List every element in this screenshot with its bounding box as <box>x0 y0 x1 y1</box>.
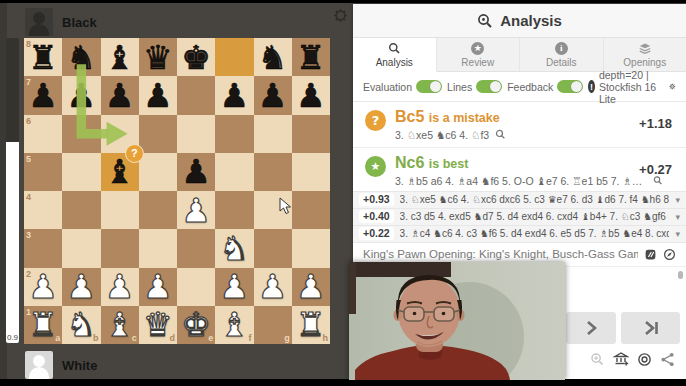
rank-label: 4 <box>26 192 31 202</box>
square-g1[interactable]: g <box>254 306 292 344</box>
square-g3[interactable] <box>254 229 292 267</box>
square-a5[interactable]: 5 <box>24 153 62 191</box>
feedback-best-eval: +0.27 <box>639 162 672 177</box>
black-pawn-b7[interactable]: ♟ <box>62 76 100 114</box>
white-pawn-b2[interactable]: ♟ <box>62 268 100 306</box>
best-move-star-icon: ★ <box>365 156 386 177</box>
engine-depth-label: depth=20 | Stockfish 16 Lite <box>599 69 665 105</box>
square-h4[interactable] <box>292 191 330 229</box>
app-window: Black 0.9 8♜♞♝♛♚♞♜7♟♟♟♟♟♟♟65♝♟4♟3♞2♟♟♟♟♟… <box>0 0 686 386</box>
feedback-best-line[interactable]: 3. ♗b5 a6 4. ♗a4 ♞f6 5. O-O ♝e7 6. ♖e1 b… <box>395 175 663 187</box>
square-e7[interactable] <box>177 76 215 114</box>
engine-line-row[interactable]: +0.22 3. ♗c4 ♞c6 4. c3 ♞f6 5. d4 exd4 6.… <box>353 225 686 242</box>
tab-analysis[interactable]: Analysis <box>353 38 437 72</box>
chevron-down-icon[interactable]: ▾ <box>675 195 680 205</box>
square-f4[interactable] <box>215 191 253 229</box>
square-d5[interactable] <box>139 153 177 191</box>
chess-board[interactable]: 8♜♞♝♛♚♞♜7♟♟♟♟♟♟♟65♝♟4♟3♞2♟♟♟♟♟♟♟1a♜b♞c♝d… <box>24 38 330 344</box>
engine-line-row[interactable]: +0.93 3. ♘xe5 ♞c6 4. ♘xc6 dxc6 5. c3 ♛e7… <box>353 191 686 208</box>
square-h3[interactable] <box>292 229 330 267</box>
evaluation-bar-white <box>6 142 19 343</box>
black-pawn-h7[interactable]: ♟ <box>292 76 330 114</box>
square-f7[interactable]: ♟ <box>215 76 253 114</box>
feedback-mistake-eval: +1.18 <box>639 116 672 131</box>
square-d6[interactable] <box>139 115 177 153</box>
square-b3[interactable] <box>62 229 100 267</box>
feedback-mistake-block: ? Bc5 is a mistake 3. ♘xe5 ♞c6 4. ♘f3 +1… <box>353 102 686 145</box>
square-b8[interactable]: ♞ <box>62 38 100 76</box>
square-a6[interactable]: 6 <box>24 115 62 153</box>
panel-footer-icons <box>590 351 675 367</box>
black-pawn-e5[interactable]: ♟ <box>177 153 215 191</box>
square-e6[interactable] <box>177 115 215 153</box>
white-pawn-h2[interactable]: ♟ <box>292 268 330 306</box>
tab-label: Analysis <box>376 57 413 68</box>
magnifier-icon[interactable] <box>653 175 663 186</box>
avatar <box>25 8 53 36</box>
white-pawn-g2[interactable]: ♟ <box>254 268 292 306</box>
square-c8[interactable]: ♝ <box>101 38 139 76</box>
square-e4[interactable]: ♟ <box>177 191 215 229</box>
black-rook-h8[interactable]: ♜ <box>292 38 330 76</box>
square-c3[interactable] <box>101 229 139 267</box>
file-label: f <box>249 333 252 343</box>
white-pawn-e4[interactable]: ♟ <box>177 191 215 229</box>
opening-book-icon[interactable] <box>644 248 657 261</box>
line-moves: 3. c3 d5 4. exd5 ♞d7 5. d4 exd4 6. cxd4 … <box>400 211 670 222</box>
file-label: d <box>170 333 176 343</box>
evaluation-bar: 0.9 <box>6 38 19 343</box>
rank-label: 1 <box>26 307 31 317</box>
file-label: h <box>323 333 329 343</box>
toggles-row: Evaluation Lines Feedback ! depth=20 | S… <box>353 72 686 102</box>
black-knight-b8[interactable]: ♞ <box>62 38 100 76</box>
webcam-video <box>349 262 565 380</box>
feedback-mistake-title: Bc5 is a mistake <box>395 108 506 126</box>
square-f3[interactable]: ♞ <box>215 229 253 267</box>
black-bishop-c8[interactable]: ♝ <box>101 38 139 76</box>
main-content: Black 0.9 8♜♞♝♛♚♞♜7♟♟♟♟♟♟♟65♝♟4♟3♞2♟♟♟♟♟… <box>0 3 686 379</box>
square-f1[interactable]: f♝ <box>215 306 253 344</box>
square-c7[interactable]: ♟ <box>101 76 139 114</box>
tab-label: Openings <box>623 57 666 68</box>
scrollbar-thumb[interactable] <box>678 271 683 279</box>
tab-review[interactable]: ★ Review <box>437 38 521 71</box>
square-c1[interactable]: c♝ <box>101 306 139 344</box>
square-f6[interactable] <box>215 115 253 153</box>
black-knight-g8[interactable]: ♞ <box>254 38 292 76</box>
feedback-toggle-label: Feedback <box>507 81 553 93</box>
tab-details[interactable]: i Details <box>520 38 604 71</box>
square-e8[interactable]: ♚ <box>177 38 215 76</box>
square-g7[interactable]: ♟ <box>254 76 292 114</box>
black-queen-d8[interactable]: ♛ <box>139 38 177 76</box>
square-h8[interactable]: ♜ <box>292 38 330 76</box>
black-pawn-d7[interactable]: ♟ <box>139 76 177 114</box>
panel-title: Analysis <box>500 12 562 29</box>
rank-label: 5 <box>26 154 31 164</box>
square-b1[interactable]: b♞ <box>62 306 100 344</box>
square-g6[interactable] <box>254 115 292 153</box>
black-king-e8[interactable]: ♚ <box>177 38 215 76</box>
analysis-magnifier-icon <box>477 13 493 29</box>
black-pawn-f7[interactable]: ♟ <box>215 76 253 114</box>
magnifier-icon <box>388 42 401 55</box>
avatar <box>25 351 53 379</box>
square-f8[interactable] <box>215 38 253 76</box>
engine-settings: ! depth=20 | Stockfish 16 Lite <box>588 69 676 105</box>
square-f2[interactable]: ♟ <box>215 268 253 306</box>
square-h1[interactable]: h♜ <box>292 306 330 344</box>
rank-label: 6 <box>26 116 31 126</box>
square-d2[interactable]: ♟ <box>139 268 177 306</box>
square-a2[interactable]: 2♟ <box>24 268 62 306</box>
rank-label: 8 <box>26 39 31 49</box>
white-pawn-f2[interactable]: ♟ <box>215 268 253 306</box>
magnifier-icon[interactable] <box>495 129 506 140</box>
share-icon[interactable] <box>660 352 675 367</box>
square-b5[interactable] <box>62 153 100 191</box>
library-bank-icon[interactable] <box>613 351 629 367</box>
evaluation-value: 0.9 <box>6 333 19 342</box>
evaluation-toggle[interactable] <box>416 80 442 93</box>
nav-forward-button[interactable] <box>566 312 616 344</box>
line-moves: 3. ♗c4 ♞c6 4. c3 ♞f6 5. d4 exd4 6. e5 d5… <box>400 228 670 239</box>
square-e3[interactable] <box>177 229 215 267</box>
square-e2[interactable] <box>177 268 215 306</box>
file-label: c <box>132 333 137 343</box>
square-a3[interactable]: 3 <box>24 229 62 267</box>
rank-label: 3 <box>26 230 31 240</box>
mistake-icon: ? <box>365 110 386 131</box>
line-eval: +0.93 <box>359 193 394 206</box>
feedback-best-block: ★ Nc6 is best 3. ♗b5 a6 4. ♗a4 ♞f6 5. O-… <box>353 148 686 191</box>
square-g2[interactable]: ♟ <box>254 268 292 306</box>
info-circle-icon: i <box>555 42 568 55</box>
feedback-mistake-line[interactable]: 3. ♘xe5 ♞c6 4. ♘f3 <box>395 129 506 141</box>
opening-name: King's Pawn Opening: King's Knight, Busc… <box>363 248 638 260</box>
square-d7[interactable]: ♟ <box>139 76 177 114</box>
nav-end-button[interactable] <box>621 312 680 344</box>
chevron-down-icon[interactable]: ▾ <box>675 229 680 239</box>
mouse-cursor <box>279 197 292 219</box>
file-label: e <box>208 333 213 343</box>
white-knight-f3[interactable]: ♞ <box>215 229 253 267</box>
square-d1[interactable]: d♛ <box>139 306 177 344</box>
tab-openings[interactable]: Openings <box>604 38 686 71</box>
square-b4[interactable] <box>62 191 100 229</box>
square-c2[interactable]: ♟ <box>101 268 139 306</box>
rank-label: 2 <box>26 269 31 279</box>
chevron-down-icon[interactable]: ▾ <box>675 212 680 222</box>
square-f5[interactable] <box>215 153 253 191</box>
square-d3[interactable] <box>139 229 177 267</box>
square-a1[interactable]: 1a♜ <box>24 306 62 344</box>
player-name-bottom: White <box>62 358 97 373</box>
square-e5[interactable]: ♟ <box>177 153 215 191</box>
gear-icon[interactable] <box>333 8 348 27</box>
panel-header: Analysis <box>353 4 686 38</box>
square-h7[interactable]: ♟ <box>292 76 330 114</box>
feedback-best-title: Nc6 is best <box>395 154 663 172</box>
zoom-search-icon[interactable] <box>590 352 605 367</box>
square-c4[interactable] <box>101 191 139 229</box>
tab-label: Review <box>461 57 494 68</box>
square-b6[interactable] <box>62 115 100 153</box>
square-h6[interactable] <box>292 115 330 153</box>
file-label: b <box>93 333 99 343</box>
player-bottom-row: White <box>25 351 97 379</box>
engine-info-icon: ! <box>588 80 595 93</box>
file-label: g <box>284 333 290 343</box>
line-eval: +0.40 <box>359 210 394 223</box>
square-h5[interactable] <box>292 153 330 191</box>
black-pawn-g7[interactable]: ♟ <box>254 76 292 114</box>
evaluation-toggle-label: Evaluation <box>363 81 412 93</box>
tab-bar: Analysis ★ Review i Details <box>353 38 686 72</box>
square-b2[interactable]: ♟ <box>62 268 100 306</box>
engine-gear-icon[interactable] <box>669 80 676 93</box>
feedback-toggle[interactable] <box>557 80 583 93</box>
square-a4[interactable]: 4 <box>24 191 62 229</box>
square-a7[interactable]: 7♟ <box>24 76 62 114</box>
square-d4[interactable] <box>139 191 177 229</box>
square-g5[interactable] <box>254 153 292 191</box>
black-pawn-c7[interactable]: ♟ <box>101 76 139 114</box>
white-pawn-d2[interactable]: ♟ <box>139 268 177 306</box>
square-e1[interactable]: e♚ <box>177 306 215 344</box>
player-name-top: Black <box>62 15 97 30</box>
chess-board-wrap: 8♜♞♝♛♚♞♜7♟♟♟♟♟♟♟65♝♟4♟3♞2♟♟♟♟♟♟♟1a♜b♞c♝d… <box>24 38 330 344</box>
square-a8[interactable]: 8♜ <box>24 38 62 76</box>
lines-toggle[interactable] <box>476 80 502 93</box>
square-b7[interactable]: ♟ <box>62 76 100 114</box>
line-eval: +0.22 <box>359 227 394 240</box>
white-pawn-c2[interactable]: ♟ <box>101 268 139 306</box>
lines-toggle-label: Lines <box>447 81 472 93</box>
mistake-badge-icon: ? <box>125 144 144 163</box>
square-h2[interactable]: ♟ <box>292 268 330 306</box>
star-circle-icon: ★ <box>471 42 484 55</box>
square-d8[interactable]: ♛ <box>139 38 177 76</box>
player-top-row: Black <box>25 8 97 36</box>
tab-label: Details <box>546 57 577 68</box>
line-moves: 3. ♘xe5 ♞c6 4. ♘xc6 dxc6 5. c3 ♛e7 6. d3… <box>400 194 670 205</box>
target-icon[interactable] <box>637 352 652 367</box>
square-g8[interactable]: ♞ <box>254 38 292 76</box>
file-label: a <box>55 333 60 343</box>
engine-line-row[interactable]: +0.40 3. c3 d5 4. exd5 ♞d7 5. d4 exd4 6.… <box>353 208 686 225</box>
layers-icon <box>638 42 652 55</box>
explore-compass-icon[interactable] <box>663 248 676 261</box>
rank-label: 7 <box>26 77 31 87</box>
